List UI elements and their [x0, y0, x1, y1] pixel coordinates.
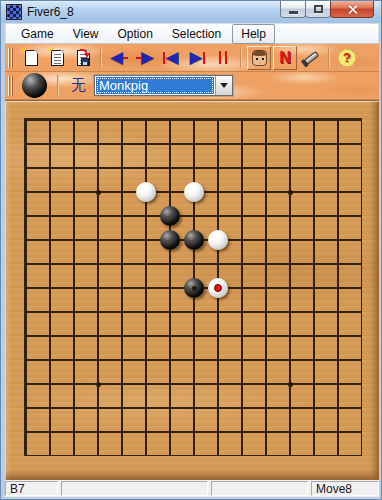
chevron-down-icon [220, 83, 228, 88]
save-game-button[interactable] [71, 46, 95, 70]
status-bar: B7 Move8 [5, 480, 379, 497]
flashlight-icon [303, 51, 319, 65]
current-stone-icon [22, 73, 47, 98]
toolbar-separator [57, 75, 59, 96]
maximize-icon [314, 5, 323, 13]
close-icon [347, 4, 358, 15]
combo-dropdown-button[interactable] [215, 76, 232, 95]
save-file-icon [77, 50, 90, 66]
white-stone[interactable] [208, 278, 228, 298]
star-point [96, 382, 101, 387]
app-icon [6, 4, 22, 20]
black-stone[interactable] [184, 230, 204, 250]
pause-icon [219, 51, 227, 64]
title-bar[interactable]: Fiver6_8 [1, 1, 381, 23]
status-move-number: Move8 [311, 481, 379, 496]
arrow-left-bar-icon: ◀ [165, 49, 178, 66]
toolbar-separator [328, 47, 330, 68]
letter-n-icon: N [279, 50, 291, 66]
star-point [288, 382, 293, 387]
menu-option[interactable]: Option [109, 25, 160, 43]
step-back-button[interactable]: ◀ [107, 46, 131, 70]
white-stone[interactable] [208, 230, 228, 250]
black-stone[interactable] [160, 230, 180, 250]
arrow-left-icon: ◀ [110, 49, 123, 66]
notation-button[interactable]: N [273, 46, 297, 70]
toolbar-separator [240, 47, 242, 68]
analyze-button[interactable] [299, 46, 323, 70]
skip-to-end-button[interactable]: ▶ [185, 46, 209, 70]
star-point [288, 190, 293, 195]
star-point [96, 190, 101, 195]
close-button[interactable] [330, 1, 374, 18]
maximize-button[interactable] [305, 1, 331, 18]
question-circle-icon: ? [338, 49, 356, 67]
open-game-button[interactable] [45, 46, 69, 70]
menu-selection[interactable]: Selection [164, 25, 229, 43]
menu-game[interactable]: Game [13, 25, 62, 43]
pause-button[interactable] [211, 46, 235, 70]
handicap-label: 无 [71, 76, 86, 95]
arrow-right-bar-icon: ▶ [189, 49, 202, 66]
new-file-icon [25, 50, 38, 66]
window-content: Game View Option Selection Help [5, 23, 379, 497]
opponent-combobox[interactable]: Monkpig [94, 75, 233, 96]
toolbar-grip-icon[interactable] [8, 76, 14, 96]
status-panel-3 [211, 481, 308, 496]
status-panel-2 [61, 481, 208, 496]
menu-bar: Game View Option Selection Help [5, 23, 379, 44]
arrow-right-icon: ▶ [141, 49, 154, 66]
star-point [192, 286, 197, 291]
goban[interactable] [5, 100, 379, 480]
opponent-selected-value[interactable]: Monkpig [96, 77, 214, 94]
player-button[interactable] [247, 46, 271, 70]
toolbar-player: 无 Monkpig [5, 72, 379, 100]
toolbar-main: ◀ ▶ ◀ ▶ N [5, 44, 379, 72]
black-stone[interactable] [160, 206, 180, 226]
toolbar-grip-icon[interactable] [8, 48, 14, 68]
last-move-marker [214, 284, 222, 292]
toolbar-separator [100, 47, 102, 68]
red-bar-icon [203, 52, 205, 64]
step-forward-button[interactable]: ▶ [133, 46, 157, 70]
minimize-button[interactable] [280, 1, 306, 18]
red-tail-icon [123, 57, 128, 59]
menu-view[interactable]: View [65, 25, 107, 43]
open-file-icon [51, 50, 64, 66]
white-stone[interactable] [136, 182, 156, 202]
app-window: Fiver6_8 Game View Option Selection Help [0, 0, 382, 500]
minimize-icon [289, 11, 298, 14]
help-button[interactable]: ? [335, 46, 359, 70]
status-coordinate: B7 [5, 481, 58, 496]
window-title: Fiver6_8 [27, 5, 74, 19]
menu-help[interactable]: Help [232, 24, 275, 44]
new-game-button[interactable] [19, 46, 43, 70]
caption-buttons [281, 1, 374, 18]
skip-to-start-button[interactable]: ◀ [159, 46, 183, 70]
face-icon [252, 50, 267, 66]
white-stone[interactable] [184, 182, 204, 202]
